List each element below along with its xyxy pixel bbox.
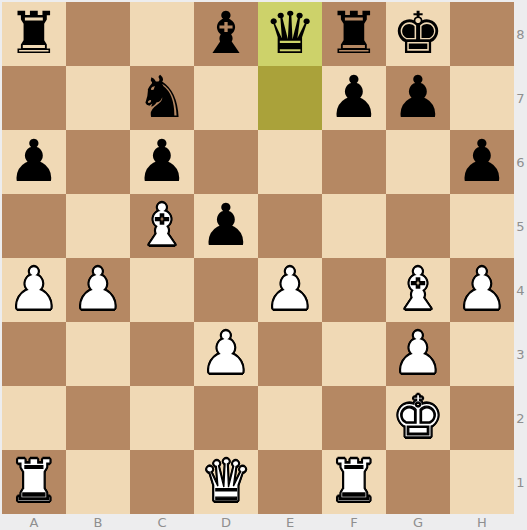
black-pawn-piece[interactable]: ♟: [8, 129, 60, 193]
square-h1[interactable]: [450, 450, 514, 514]
square-b2[interactable]: [66, 386, 130, 450]
square-h8[interactable]: [450, 2, 514, 66]
black-knight-piece[interactable]: ♞: [136, 65, 188, 129]
square-c5[interactable]: ♝: [130, 194, 194, 258]
square-c2[interactable]: [130, 386, 194, 450]
square-d1[interactable]: ♛: [194, 450, 258, 514]
square-g3[interactable]: ♟: [386, 322, 450, 386]
square-d4[interactable]: [194, 258, 258, 322]
square-g2[interactable]: ♚: [386, 386, 450, 450]
black-pawn-piece[interactable]: ♟: [392, 65, 444, 129]
square-f6[interactable]: [322, 130, 386, 194]
square-g1[interactable]: [386, 450, 450, 514]
square-g4[interactable]: ♝: [386, 258, 450, 322]
white-pawn-piece[interactable]: ♟: [264, 257, 316, 321]
file-label-h: H: [450, 514, 514, 530]
white-rook-piece[interactable]: ♜: [8, 449, 60, 513]
square-d6[interactable]: [194, 130, 258, 194]
square-f1[interactable]: ♜: [322, 450, 386, 514]
square-d7[interactable]: [194, 66, 258, 130]
file-coordinates: ABCDEFGH: [2, 514, 514, 530]
file-label-e: E: [258, 514, 322, 530]
square-h3[interactable]: [450, 322, 514, 386]
square-d2[interactable]: [194, 386, 258, 450]
black-king-piece[interactable]: ♚: [392, 1, 444, 65]
square-a1[interactable]: ♜: [2, 450, 66, 514]
square-h6[interactable]: ♟: [450, 130, 514, 194]
square-f4[interactable]: [322, 258, 386, 322]
square-b1[interactable]: [66, 450, 130, 514]
square-c4[interactable]: [130, 258, 194, 322]
black-pawn-piece[interactable]: ♟: [200, 193, 252, 257]
black-rook-piece[interactable]: ♜: [328, 1, 380, 65]
square-e5[interactable]: [258, 194, 322, 258]
file-label-a: A: [2, 514, 66, 530]
square-d8[interactable]: ♝: [194, 2, 258, 66]
white-bishop-piece[interactable]: ♝: [136, 193, 188, 257]
rank-label-3: 3: [514, 322, 527, 386]
square-a4[interactable]: ♟: [2, 258, 66, 322]
square-c7[interactable]: ♞: [130, 66, 194, 130]
white-rook-piece[interactable]: ♜: [328, 449, 380, 513]
white-pawn-piece[interactable]: ♟: [200, 321, 252, 385]
square-f5[interactable]: [322, 194, 386, 258]
white-pawn-piece[interactable]: ♟: [456, 257, 508, 321]
rank-label-2: 2: [514, 386, 527, 450]
square-a6[interactable]: ♟: [2, 130, 66, 194]
square-e1[interactable]: [258, 450, 322, 514]
square-b7[interactable]: [66, 66, 130, 130]
square-b6[interactable]: [66, 130, 130, 194]
rank-label-8: 8: [514, 2, 527, 66]
square-b3[interactable]: [66, 322, 130, 386]
file-label-b: B: [66, 514, 130, 530]
square-h7[interactable]: [450, 66, 514, 130]
square-d5[interactable]: ♟: [194, 194, 258, 258]
rank-label-5: 5: [514, 194, 527, 258]
white-pawn-piece[interactable]: ♟: [72, 257, 124, 321]
square-c3[interactable]: [130, 322, 194, 386]
square-a7[interactable]: [2, 66, 66, 130]
white-queen-piece[interactable]: ♛: [200, 449, 252, 513]
square-a2[interactable]: [2, 386, 66, 450]
square-e3[interactable]: [258, 322, 322, 386]
rank-label-6: 6: [514, 130, 527, 194]
square-b5[interactable]: [66, 194, 130, 258]
square-c1[interactable]: [130, 450, 194, 514]
chess-board: ♜♝♛♜♚♞♟♟♟♟♟♝♟♟♟♟♝♟♟♟♚♜♛♜: [2, 2, 514, 514]
square-f8[interactable]: ♜: [322, 2, 386, 66]
file-label-d: D: [194, 514, 258, 530]
square-d3[interactable]: ♟: [194, 322, 258, 386]
square-e6[interactable]: [258, 130, 322, 194]
square-e2[interactable]: [258, 386, 322, 450]
black-pawn-piece[interactable]: ♟: [136, 129, 188, 193]
square-f7[interactable]: ♟: [322, 66, 386, 130]
chess-app: ♜♝♛♜♚♞♟♟♟♟♟♝♟♟♟♟♝♟♟♟♚♜♛♜ 87654321 ABCDEF…: [0, 0, 527, 530]
square-e7[interactable]: [258, 66, 322, 130]
square-g6[interactable]: [386, 130, 450, 194]
black-rook-piece[interactable]: ♜: [8, 1, 60, 65]
file-label-c: C: [130, 514, 194, 530]
black-pawn-piece[interactable]: ♟: [328, 65, 380, 129]
square-a3[interactable]: [2, 322, 66, 386]
white-bishop-piece[interactable]: ♝: [392, 257, 444, 321]
square-g8[interactable]: ♚: [386, 2, 450, 66]
square-b4[interactable]: ♟: [66, 258, 130, 322]
square-g7[interactable]: ♟: [386, 66, 450, 130]
rank-label-4: 4: [514, 258, 527, 322]
rank-coordinates: 87654321: [514, 2, 527, 514]
square-f3[interactable]: [322, 322, 386, 386]
rank-label-1: 1: [514, 450, 527, 514]
square-h4[interactable]: ♟: [450, 258, 514, 322]
white-pawn-piece[interactable]: ♟: [8, 257, 60, 321]
square-c8[interactable]: [130, 2, 194, 66]
square-g5[interactable]: [386, 194, 450, 258]
square-e4[interactable]: ♟: [258, 258, 322, 322]
square-h2[interactable]: [450, 386, 514, 450]
square-a5[interactable]: [2, 194, 66, 258]
square-h5[interactable]: [450, 194, 514, 258]
black-pawn-piece[interactable]: ♟: [456, 129, 508, 193]
black-queen-piece[interactable]: ♛: [264, 1, 316, 65]
rank-label-7: 7: [514, 66, 527, 130]
white-king-piece[interactable]: ♚: [392, 385, 444, 449]
square-a8[interactable]: ♜: [2, 2, 66, 66]
black-bishop-piece[interactable]: ♝: [200, 1, 252, 65]
square-f2[interactable]: [322, 386, 386, 450]
file-label-g: G: [386, 514, 450, 530]
square-b8[interactable]: [66, 2, 130, 66]
file-label-f: F: [322, 514, 386, 530]
square-e8[interactable]: ♛: [258, 2, 322, 66]
square-c6[interactable]: ♟: [130, 130, 194, 194]
white-pawn-piece[interactable]: ♟: [392, 321, 444, 385]
